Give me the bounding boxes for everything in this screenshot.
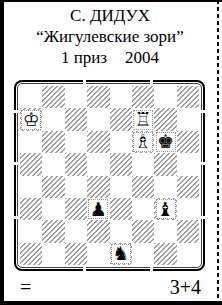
square-h6	[177, 131, 199, 153]
black-pawn-piece: ♟	[88, 199, 108, 219]
square-f7: ♖	[132, 108, 154, 130]
prize-label: 1 приз	[61, 47, 107, 68]
square-a4	[20, 176, 42, 198]
black-pawn-icon: ♟	[90, 200, 107, 219]
square-c1	[65, 243, 87, 265]
black-bishop-icon: ♝	[157, 200, 174, 219]
black-knight-piece: ♞	[111, 244, 131, 264]
chess-board: ♔♖♗♚♟♝♞	[20, 86, 199, 265]
square-d6	[87, 131, 109, 153]
square-b1	[42, 243, 64, 265]
composer-name: С. ДИДУХ	[4, 5, 216, 26]
square-b3	[42, 198, 64, 220]
square-d1	[87, 243, 109, 265]
square-e7	[110, 108, 132, 130]
square-h4	[177, 176, 199, 198]
square-f1	[132, 243, 154, 265]
square-b2	[42, 220, 64, 242]
square-e3	[110, 198, 132, 220]
square-f2	[132, 220, 154, 242]
frame-tick	[199, 110, 207, 113]
square-b8	[42, 86, 64, 108]
square-f6: ♗	[132, 131, 154, 153]
square-b5	[42, 153, 64, 175]
square-f5	[132, 153, 154, 175]
diagram-caption: = 3+4	[4, 276, 217, 299]
square-h5	[177, 153, 199, 175]
page-border-top	[0, 0, 222, 2]
black-knight-icon: ♞	[112, 244, 129, 263]
frame-tick	[150, 265, 153, 273]
square-g1	[154, 243, 176, 265]
square-g8	[154, 86, 176, 108]
square-a5	[20, 153, 42, 175]
square-g7	[154, 108, 176, 130]
square-a6	[20, 131, 42, 153]
square-d8	[87, 86, 109, 108]
square-c4	[65, 176, 87, 198]
square-c8	[65, 86, 87, 108]
white-rook-piece: ♖	[133, 110, 153, 130]
frame-tick	[199, 216, 207, 219]
frame-tick	[199, 162, 207, 165]
frame-tick	[12, 162, 20, 165]
square-f4	[132, 176, 154, 198]
square-g5	[154, 153, 176, 175]
square-c6	[65, 131, 87, 153]
black-king-icon: ♚	[157, 132, 174, 151]
white-king-icon: ♔	[23, 110, 40, 129]
frame-tick	[12, 216, 20, 219]
square-e1: ♞	[110, 243, 132, 265]
chess-board-frame: ♔♖♗♚♟♝♞	[14, 80, 205, 271]
square-h1	[177, 243, 199, 265]
prize-line: 1 приз 2004	[4, 47, 216, 68]
square-g2	[154, 220, 176, 242]
square-c5	[65, 153, 87, 175]
square-b4	[42, 176, 64, 198]
square-a1	[20, 243, 42, 265]
square-g3: ♝	[154, 198, 176, 220]
source-title: “Жигулевские зори”	[4, 26, 216, 47]
square-g6: ♚	[154, 131, 176, 153]
square-a7: ♔	[20, 108, 42, 130]
square-f3	[132, 198, 154, 220]
chess-board-inner-frame: ♔♖♗♚♟♝♞	[17, 83, 202, 268]
square-a2	[20, 220, 42, 242]
square-d2	[87, 220, 109, 242]
white-bishop-piece: ♗	[133, 132, 153, 152]
square-e6	[110, 131, 132, 153]
study-diagram-card: С. ДИДУХ “Жигулевские зори” 1 приз 2004 …	[0, 0, 222, 305]
square-e4	[110, 176, 132, 198]
square-c2	[65, 220, 87, 242]
square-a3	[20, 198, 42, 220]
square-d3: ♟	[87, 198, 109, 220]
square-e2	[110, 220, 132, 242]
square-a8	[20, 86, 42, 108]
diagram-header: С. ДИДУХ “Жигулевские зори” 1 приз 2004	[4, 5, 216, 68]
page-border-right-dashed	[217, 0, 219, 305]
black-bishop-piece: ♝	[156, 199, 176, 219]
square-b7	[42, 108, 64, 130]
square-c7	[65, 108, 87, 130]
square-f8	[132, 86, 154, 108]
page-border-bottom	[0, 301, 222, 305]
white-bishop-icon: ♗	[135, 132, 152, 151]
square-h8	[177, 86, 199, 108]
frame-tick	[83, 78, 86, 86]
white-rook-icon: ♖	[135, 110, 152, 129]
square-c3	[65, 198, 87, 220]
square-h7	[177, 108, 199, 130]
square-d5	[87, 153, 109, 175]
frame-tick	[150, 78, 153, 86]
square-h3	[177, 198, 199, 220]
material-count: 3+4	[170, 276, 201, 299]
square-e5	[110, 153, 132, 175]
square-e8	[110, 86, 132, 108]
square-d4	[87, 176, 109, 198]
square-h2	[177, 220, 199, 242]
frame-tick	[83, 265, 86, 273]
white-king-piece: ♔	[21, 110, 41, 130]
year-label: 2004	[125, 47, 159, 68]
stipulation: =	[20, 276, 32, 299]
square-b6	[42, 131, 64, 153]
square-d7	[87, 108, 109, 130]
frame-tick	[12, 110, 20, 113]
square-g4	[154, 176, 176, 198]
black-king-piece: ♚	[156, 132, 176, 152]
